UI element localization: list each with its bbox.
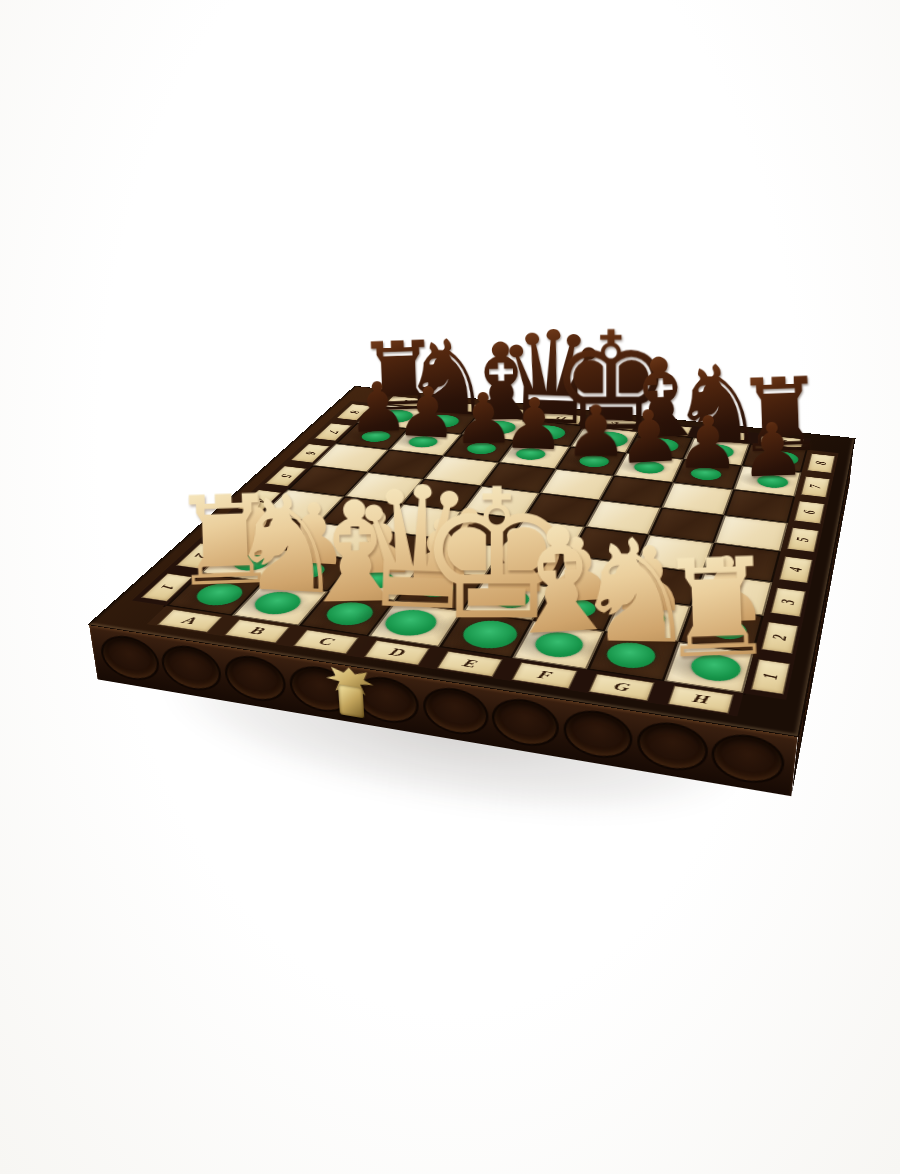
rank-label-right-7-text: 7 [806, 484, 826, 489]
rank-label-right-8-text: 8 [812, 461, 831, 466]
rank-label-left-8-text: 8 [345, 410, 363, 414]
carved-circle-icon [98, 632, 162, 685]
file-label-far-a-text: A [400, 398, 415, 405]
file-label-far-d-text: D [554, 415, 568, 422]
rank-label-right-7: 7 [801, 476, 830, 497]
carved-circle-icon [422, 683, 488, 739]
scene: ABCDEFGH ABCDEFGH 87654321 87654321 ♜♞♝♛… [0, 0, 900, 1174]
file-label-far-h-text: H [774, 438, 788, 446]
file-label-far-e-text: E [608, 420, 621, 427]
rank-label-left-7-text: 7 [324, 430, 343, 435]
carved-circle-icon [710, 730, 786, 789]
piece-white-rook-h1[interactable]: ♜ [606, 537, 828, 680]
carved-circle-icon [159, 642, 223, 695]
carved-circle-icon [563, 706, 633, 763]
chess-set-photo: ABCDEFGH ABCDEFGH 87654321 87654321 ♜♞♝♛… [0, 0, 900, 1174]
clasp-latch-body [338, 684, 364, 718]
carved-circle-icon [636, 718, 709, 776]
carved-circle-icon [492, 694, 559, 751]
chess-board: ABCDEFGH ABCDEFGH 87654321 87654321 ♜♞♝♛… [89, 386, 855, 736]
file-label-far-c-text: C [502, 409, 516, 416]
carved-circle-icon [223, 652, 288, 706]
rank-label-left-6-text: 6 [301, 451, 321, 456]
piece-black-pawn-h7[interactable]: ♟ [687, 411, 859, 490]
file-label-far-b-text: B [451, 404, 465, 411]
file-label-far-f-text: F [663, 426, 676, 433]
rank-label-right-8: 8 [807, 453, 835, 473]
file-label-far-g-text: G [718, 432, 731, 440]
brass-clasp-icon [323, 663, 378, 724]
rank-label-right-6-text: 6 [799, 509, 820, 515]
